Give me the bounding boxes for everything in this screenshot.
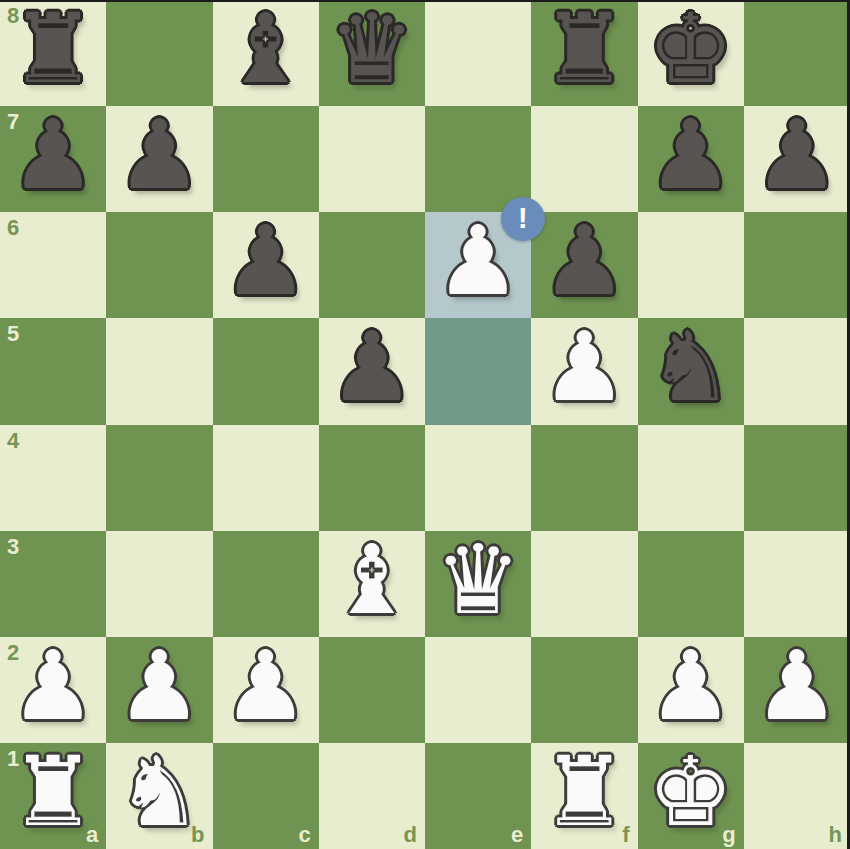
square-g7[interactable]: ♟ xyxy=(638,106,744,212)
rank-label-5: 5 xyxy=(7,323,19,345)
square-d2[interactable] xyxy=(319,637,425,743)
white-pawn[interactable]: ♟ xyxy=(223,638,309,734)
square-g5[interactable]: ♞ xyxy=(638,318,744,424)
square-b4[interactable] xyxy=(106,425,212,531)
square-b2[interactable]: ♟ xyxy=(106,637,212,743)
square-h3[interactable] xyxy=(744,531,850,637)
good-move-badge: ! xyxy=(501,197,545,241)
square-h5[interactable] xyxy=(744,318,850,424)
black-king[interactable]: ♚ xyxy=(648,1,734,97)
square-h2[interactable]: ♟ xyxy=(744,637,850,743)
square-b8[interactable] xyxy=(106,0,212,106)
rank-label-6: 6 xyxy=(7,217,19,239)
square-c2[interactable]: ♟ xyxy=(213,637,319,743)
square-f8[interactable]: ♜ xyxy=(531,0,637,106)
square-g3[interactable] xyxy=(638,531,744,637)
square-c1[interactable]: c xyxy=(213,743,319,849)
square-g1[interactable]: g♚ xyxy=(638,743,744,849)
square-h8[interactable] xyxy=(744,0,850,106)
square-a5[interactable]: 5 xyxy=(0,318,106,424)
white-queen[interactable]: ♛ xyxy=(435,532,521,628)
file-label-d: d xyxy=(404,824,417,846)
file-label-h: h xyxy=(829,824,842,846)
white-pawn[interactable]: ♟ xyxy=(541,319,627,415)
square-a8[interactable]: 8♜ xyxy=(0,0,106,106)
square-g6[interactable] xyxy=(638,212,744,318)
black-pawn[interactable]: ♟ xyxy=(329,319,415,415)
black-pawn[interactable]: ♟ xyxy=(10,107,96,203)
square-e5[interactable] xyxy=(425,318,531,424)
square-a7[interactable]: 7♟ xyxy=(0,106,106,212)
white-pawn[interactable]: ♟ xyxy=(648,638,734,734)
square-c7[interactable] xyxy=(213,106,319,212)
square-b3[interactable] xyxy=(106,531,212,637)
white-knight[interactable]: ♞ xyxy=(116,744,202,840)
square-d1[interactable]: d xyxy=(319,743,425,849)
square-c4[interactable] xyxy=(213,425,319,531)
black-pawn[interactable]: ♟ xyxy=(754,107,840,203)
square-c3[interactable] xyxy=(213,531,319,637)
square-a1[interactable]: 1a♜ xyxy=(0,743,106,849)
square-a6[interactable]: 6 xyxy=(0,212,106,318)
square-g4[interactable] xyxy=(638,425,744,531)
square-b7[interactable]: ♟ xyxy=(106,106,212,212)
file-label-e: e xyxy=(511,824,523,846)
square-h6[interactable] xyxy=(744,212,850,318)
square-h7[interactable]: ♟ xyxy=(744,106,850,212)
square-f3[interactable] xyxy=(531,531,637,637)
square-f4[interactable] xyxy=(531,425,637,531)
black-rook[interactable]: ♜ xyxy=(541,1,627,97)
square-g8[interactable]: ♚ xyxy=(638,0,744,106)
square-a4[interactable]: 4 xyxy=(0,425,106,531)
rank-label-3: 3 xyxy=(7,536,19,558)
black-pawn[interactable]: ♟ xyxy=(648,107,734,203)
square-d3[interactable]: ♝ xyxy=(319,531,425,637)
white-rook[interactable]: ♜ xyxy=(10,744,96,840)
square-c6[interactable]: ♟ xyxy=(213,212,319,318)
square-c5[interactable] xyxy=(213,318,319,424)
white-pawn[interactable]: ♟ xyxy=(10,638,96,734)
file-label-c: c xyxy=(299,824,311,846)
white-pawn[interactable]: ♟ xyxy=(754,638,840,734)
square-b1[interactable]: b♞ xyxy=(106,743,212,849)
white-pawn[interactable]: ♟ xyxy=(116,638,202,734)
square-b5[interactable] xyxy=(106,318,212,424)
square-e3[interactable]: ♛ xyxy=(425,531,531,637)
square-f2[interactable] xyxy=(531,637,637,743)
square-f1[interactable]: f♜ xyxy=(531,743,637,849)
white-rook[interactable]: ♜ xyxy=(541,744,627,840)
square-d5[interactable]: ♟ xyxy=(319,318,425,424)
square-e2[interactable] xyxy=(425,637,531,743)
annotation-symbol: ! xyxy=(518,203,528,233)
square-f6[interactable]: ♟ xyxy=(531,212,637,318)
rank-label-4: 4 xyxy=(7,430,19,452)
square-e1[interactable]: e xyxy=(425,743,531,849)
square-f5[interactable]: ♟ xyxy=(531,318,637,424)
square-b6[interactable] xyxy=(106,212,212,318)
square-e7[interactable] xyxy=(425,106,531,212)
square-f7[interactable] xyxy=(531,106,637,212)
square-c8[interactable]: ♝ xyxy=(213,0,319,106)
square-a3[interactable]: 3 xyxy=(0,531,106,637)
square-d4[interactable] xyxy=(319,425,425,531)
square-d7[interactable] xyxy=(319,106,425,212)
square-g2[interactable]: ♟ xyxy=(638,637,744,743)
square-h4[interactable] xyxy=(744,425,850,531)
white-bishop[interactable]: ♝ xyxy=(329,532,415,628)
black-pawn[interactable]: ♟ xyxy=(223,213,309,309)
window-edge-top xyxy=(0,0,850,2)
square-e8[interactable] xyxy=(425,0,531,106)
square-d8[interactable]: ♛ xyxy=(319,0,425,106)
black-knight[interactable]: ♞ xyxy=(648,319,734,415)
black-pawn[interactable]: ♟ xyxy=(116,107,202,203)
chess-board: ! 8♜♝♛♜♚7♟♟♟♟6♟♟♟5♟♟♞43♝♛2♟♟♟♟♟1a♜b♞cdef… xyxy=(0,0,850,849)
black-rook[interactable]: ♜ xyxy=(10,1,96,97)
square-e4[interactable] xyxy=(425,425,531,531)
square-a2[interactable]: 2♟ xyxy=(0,637,106,743)
black-pawn[interactable]: ♟ xyxy=(541,213,627,309)
square-d6[interactable] xyxy=(319,212,425,318)
square-h1[interactable]: h xyxy=(744,743,850,849)
black-bishop[interactable]: ♝ xyxy=(223,1,309,97)
white-king[interactable]: ♚ xyxy=(648,744,734,840)
black-queen[interactable]: ♛ xyxy=(329,1,415,97)
